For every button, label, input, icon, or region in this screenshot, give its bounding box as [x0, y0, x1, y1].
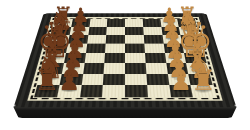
chess-set-photo: ♜♞♝♛♚♝♞♜♟♟♟♟♟♟♟♟♟♟♟♟♟♟♟♟♜♞♝♛♚♝♞♜ — [0, 0, 250, 130]
piece-white-pawn-h2: ♟ — [170, 70, 192, 95]
piece-white-rook-h1: ♜ — [190, 67, 215, 95]
piece-layer: ♜♞♝♛♚♝♞♜♟♟♟♟♟♟♟♟♟♟♟♟♟♟♟♟♜♞♝♛♚♝♞♜ — [0, 0, 250, 130]
piece-black-pawn-h7: ♟ — [58, 70, 80, 95]
piece-black-rook-h8: ♜ — [34, 67, 59, 95]
